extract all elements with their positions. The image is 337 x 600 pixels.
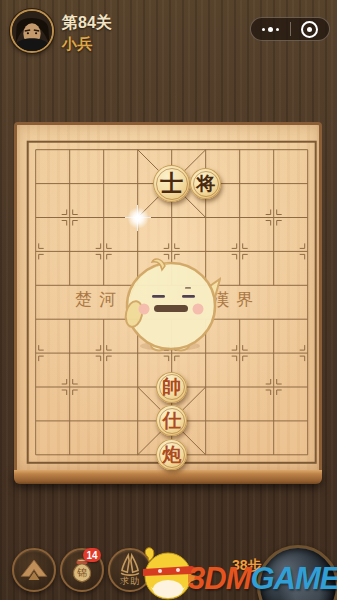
avatar[interactable]: [10, 9, 54, 53]
collapse-menu-button[interactable]: [12, 548, 56, 592]
ask-help-button[interactable]: 求助: [108, 548, 152, 592]
dot-icon: [276, 28, 279, 31]
river-label-chu: 楚河: [75, 288, 123, 311]
exit-button[interactable]: [291, 18, 330, 40]
game-menu-orb[interactable]: [257, 545, 337, 600]
dot-icon: [262, 28, 265, 31]
level-title: 第84关: [62, 13, 112, 34]
more-button[interactable]: [251, 18, 290, 40]
chick-mascot: [121, 256, 221, 353]
chevron-up-icon: [14, 550, 54, 590]
xiangqi-board[interactable]: 楚河 漢界 士将帥仕炮: [14, 122, 322, 484]
hint-count-badge: 14: [83, 548, 101, 562]
piece-帥[interactable]: 帥: [156, 372, 187, 403]
avatar-portrait: [12, 11, 52, 51]
player-rank: 小兵: [62, 35, 92, 54]
app-screen: 第84关 小兵 楚河 漢界: [0, 0, 337, 600]
wechat-capsule: [250, 17, 330, 41]
help-label: 求助: [110, 575, 150, 588]
steps-counter: 38步: [232, 557, 262, 575]
target-icon: [301, 21, 318, 38]
last-move-sparkle: [127, 207, 149, 229]
svg-text:锦: 锦: [77, 567, 87, 578]
piece-士[interactable]: 士: [153, 165, 190, 202]
board-edge: [14, 470, 322, 484]
board-surface: 楚河 漢界 士将帥仕炮: [14, 122, 322, 470]
dot-icon: [268, 27, 273, 32]
